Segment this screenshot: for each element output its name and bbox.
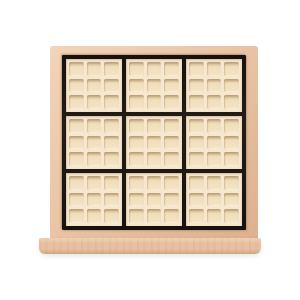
cell-r7c2[interactable] — [87, 176, 102, 190]
cell-r2c7[interactable] — [189, 79, 204, 93]
cell-r3c6[interactable] — [164, 95, 179, 109]
cell-r5c2[interactable] — [87, 136, 102, 150]
cell-r7c3[interactable] — [104, 176, 119, 190]
cell-r5c4[interactable] — [129, 136, 144, 150]
cell-r1c2[interactable] — [87, 62, 102, 76]
cell-r9c4[interactable] — [129, 209, 144, 223]
board-frame — [50, 46, 258, 238]
cell-r7c1[interactable] — [69, 176, 84, 190]
cell-r3c9[interactable] — [224, 95, 239, 109]
cell-r2c3[interactable] — [104, 79, 119, 93]
cell-r8c3[interactable] — [104, 193, 119, 207]
cell-r1c8[interactable] — [207, 62, 222, 76]
cell-r6c1[interactable] — [69, 152, 84, 166]
cell-r9c2[interactable] — [87, 209, 102, 223]
cell-r9c6[interactable] — [164, 209, 179, 223]
cell-r4c9[interactable] — [224, 119, 239, 133]
block-9 — [186, 173, 242, 226]
cell-r8c8[interactable] — [207, 193, 222, 207]
cell-r2c5[interactable] — [147, 79, 162, 93]
cell-r4c5[interactable] — [147, 119, 162, 133]
block-3 — [186, 59, 242, 112]
sudoku-board — [50, 46, 258, 238]
cell-r5c6[interactable] — [164, 136, 179, 150]
cell-r6c3[interactable] — [104, 152, 119, 166]
cell-r3c1[interactable] — [69, 95, 84, 109]
cell-r4c8[interactable] — [207, 119, 222, 133]
block-7 — [66, 173, 122, 226]
cell-r8c4[interactable] — [129, 193, 144, 207]
block-6 — [186, 116, 242, 169]
cell-r3c5[interactable] — [147, 95, 162, 109]
cell-r5c5[interactable] — [147, 136, 162, 150]
cell-r4c4[interactable] — [129, 119, 144, 133]
block-5 — [126, 116, 182, 169]
cell-r4c2[interactable] — [87, 119, 102, 133]
tile-tray[interactable] — [39, 238, 261, 254]
cell-r9c9[interactable] — [224, 209, 239, 223]
cell-r4c3[interactable] — [104, 119, 119, 133]
cell-r1c6[interactable] — [164, 62, 179, 76]
cell-r8c1[interactable] — [69, 193, 84, 207]
cell-r4c7[interactable] — [189, 119, 204, 133]
cell-r6c8[interactable] — [207, 152, 222, 166]
cell-r8c7[interactable] — [189, 193, 204, 207]
block-4 — [66, 116, 122, 169]
cell-r6c9[interactable] — [224, 152, 239, 166]
cell-r7c7[interactable] — [189, 176, 204, 190]
cell-r8c5[interactable] — [147, 193, 162, 207]
cell-r6c4[interactable] — [129, 152, 144, 166]
cell-r7c5[interactable] — [147, 176, 162, 190]
cell-r1c9[interactable] — [224, 62, 239, 76]
cell-r4c1[interactable] — [69, 119, 84, 133]
cell-r6c7[interactable] — [189, 152, 204, 166]
block-8 — [126, 173, 182, 226]
block-2 — [126, 59, 182, 112]
cell-r2c4[interactable] — [129, 79, 144, 93]
cell-r2c1[interactable] — [69, 79, 84, 93]
cell-r7c4[interactable] — [129, 176, 144, 190]
cell-r7c9[interactable] — [224, 176, 239, 190]
cell-r6c6[interactable] — [164, 152, 179, 166]
cell-r5c1[interactable] — [69, 136, 84, 150]
cell-r1c7[interactable] — [189, 62, 204, 76]
cell-r1c4[interactable] — [129, 62, 144, 76]
product-photo-canvas — [0, 0, 300, 300]
cell-r5c3[interactable] — [104, 136, 119, 150]
cell-r7c8[interactable] — [207, 176, 222, 190]
cell-r9c8[interactable] — [207, 209, 222, 223]
cell-r9c7[interactable] — [189, 209, 204, 223]
cell-r2c2[interactable] — [87, 79, 102, 93]
cell-r9c3[interactable] — [104, 209, 119, 223]
cell-r2c8[interactable] — [207, 79, 222, 93]
cell-r9c1[interactable] — [69, 209, 84, 223]
cell-r2c9[interactable] — [224, 79, 239, 93]
cell-r5c8[interactable] — [207, 136, 222, 150]
cell-r3c3[interactable] — [104, 95, 119, 109]
cell-r4c6[interactable] — [164, 119, 179, 133]
cell-r3c7[interactable] — [189, 95, 204, 109]
cell-r6c5[interactable] — [147, 152, 162, 166]
cell-r3c8[interactable] — [207, 95, 222, 109]
cell-r6c2[interactable] — [87, 152, 102, 166]
cell-r1c1[interactable] — [69, 62, 84, 76]
cell-r8c6[interactable] — [164, 193, 179, 207]
cell-r7c6[interactable] — [164, 176, 179, 190]
cell-r5c7[interactable] — [189, 136, 204, 150]
cell-r3c2[interactable] — [87, 95, 102, 109]
cell-r3c4[interactable] — [129, 95, 144, 109]
cell-r5c9[interactable] — [224, 136, 239, 150]
cell-r8c9[interactable] — [224, 193, 239, 207]
block-1 — [66, 59, 122, 112]
cell-r1c5[interactable] — [147, 62, 162, 76]
cell-r8c2[interactable] — [87, 193, 102, 207]
sudoku-grid — [62, 55, 246, 230]
cell-r1c3[interactable] — [104, 62, 119, 76]
cell-r2c6[interactable] — [164, 79, 179, 93]
cell-r9c5[interactable] — [147, 209, 162, 223]
